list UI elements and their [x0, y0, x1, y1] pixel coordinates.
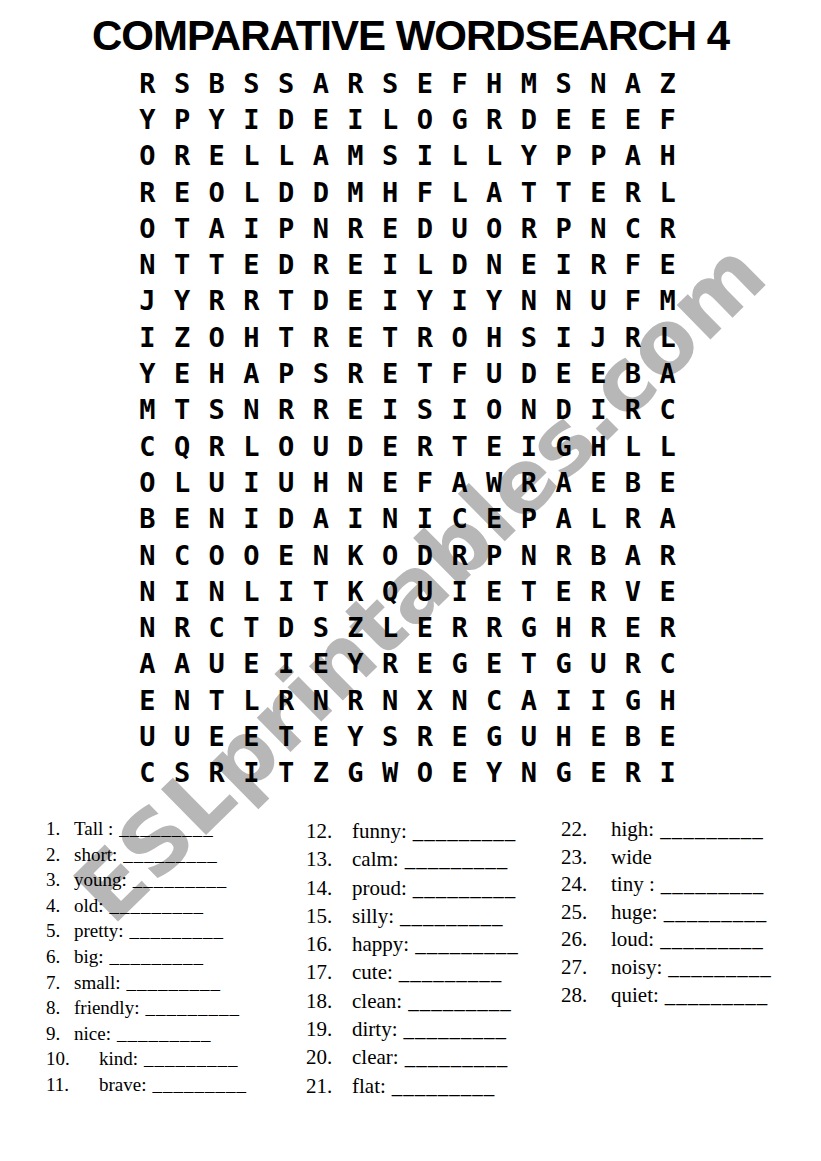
grid-cell: D [408, 210, 443, 246]
grid-cell: E [373, 464, 408, 500]
grid-cell: E [477, 573, 512, 609]
word-list-item: 8.friendly:_________ [46, 995, 247, 1021]
grid-cell: C [130, 428, 165, 464]
grid-cell: K [338, 537, 373, 573]
grid-cell: H [477, 319, 512, 355]
grid-cell: I [234, 101, 269, 137]
grid-cell: E [581, 755, 616, 791]
word-list-column-3: 22.high:_________23.wide24.tiny :_______… [561, 816, 772, 1009]
grid-cell: D [269, 101, 304, 137]
grid-cell: A [303, 501, 338, 537]
word-list-item: 13.calm:_________ [306, 845, 519, 873]
grid-cell: L [234, 573, 269, 609]
item-number: 25. [561, 899, 611, 927]
word-list-item: 3.young:_________ [46, 867, 247, 893]
grid-cell: R [165, 609, 200, 645]
item-word-label: nice: [74, 1021, 111, 1047]
item-number: 2. [46, 842, 74, 868]
item-number: 15. [306, 902, 352, 930]
grid-cell: N [581, 65, 616, 101]
grid-cell: R [650, 609, 685, 645]
grid-cell: E [581, 174, 616, 210]
grid-cell: O [442, 319, 477, 355]
grid-cell: R [165, 138, 200, 174]
grid-cell: I [234, 501, 269, 537]
item-word-label: pretty: [74, 918, 124, 944]
grid-cell: F [442, 65, 477, 101]
grid-cell: N [199, 573, 234, 609]
item-word-label: loud: [611, 926, 654, 954]
grid-cell: R [616, 646, 651, 682]
grid-cell: L [408, 246, 443, 282]
answer-blank: _________ [660, 816, 764, 844]
item-word-label: dirty: [352, 1015, 398, 1043]
grid-cell: R [581, 246, 616, 282]
grid-cell: A [650, 501, 685, 537]
grid-cell: U [269, 464, 304, 500]
grid-cell: E [338, 392, 373, 428]
item-number: 4. [46, 893, 74, 919]
word-list-item: 20.clear:_________ [306, 1043, 519, 1071]
grid-cell: Y [130, 355, 165, 391]
grid-cell: Y [165, 283, 200, 319]
grid-cell: I [581, 392, 616, 428]
grid-cell: E [338, 246, 373, 282]
grid-cell: Y [338, 646, 373, 682]
item-word-label: quiet: [611, 982, 659, 1010]
item-word-label: wide [611, 844, 652, 872]
grid-cell: B [581, 537, 616, 573]
grid-cell: S [303, 609, 338, 645]
grid-cell: R [616, 319, 651, 355]
grid-cell: R [269, 392, 304, 428]
grid-cell: N [338, 464, 373, 500]
grid-cell: S [165, 755, 200, 791]
grid-cell: R [477, 609, 512, 645]
grid-cell: E [234, 718, 269, 754]
grid-cell: E [616, 609, 651, 645]
grid-cell: D [269, 609, 304, 645]
answer-blank: _________ [404, 1015, 508, 1043]
grid-cell: O [408, 101, 443, 137]
grid-cell: N [512, 537, 547, 573]
grid-cell: F [408, 464, 443, 500]
grid-cell: F [408, 174, 443, 210]
grid-cell: W [373, 755, 408, 791]
item-number: 11. [46, 1072, 99, 1098]
grid-cell: L [373, 609, 408, 645]
grid-cell: M [650, 283, 685, 319]
grid-cell: T [512, 646, 547, 682]
grid-cell: E [303, 718, 338, 754]
item-word-label: tiny : [611, 871, 655, 899]
grid-cell: C [165, 537, 200, 573]
grid-cell: R [338, 355, 373, 391]
grid-cell: G [442, 646, 477, 682]
grid-cell: X [408, 682, 443, 718]
grid-cell: D [269, 174, 304, 210]
grid-cell: I [546, 246, 581, 282]
grid-cell: T [303, 573, 338, 609]
grid-cell: O [199, 174, 234, 210]
grid-cell: E [581, 464, 616, 500]
grid-cell: R [616, 755, 651, 791]
item-number: 5. [46, 918, 74, 944]
grid-cell: Y [338, 718, 373, 754]
answer-blank: _________ [665, 982, 769, 1010]
grid-cell: B [616, 464, 651, 500]
grid-cell: H [650, 682, 685, 718]
word-list-item: 18.clean:_________ [306, 987, 519, 1015]
answer-blank: _________ [405, 845, 509, 873]
grid-cell: E [338, 283, 373, 319]
grid-cell: M [338, 138, 373, 174]
grid-cell: I [546, 682, 581, 718]
grid-cell: S [408, 392, 443, 428]
grid-cell: R [303, 246, 338, 282]
grid-cell: E [650, 718, 685, 754]
grid-cell: L [234, 174, 269, 210]
grid-cell: N [477, 246, 512, 282]
item-word-label: small: [74, 970, 120, 996]
answer-blank: _________ [110, 944, 205, 970]
grid-cell: E [234, 646, 269, 682]
answer-blank: _________ [110, 893, 205, 919]
grid-cell: U [199, 646, 234, 682]
grid-cell: W [477, 464, 512, 500]
grid-cell: N [303, 682, 338, 718]
word-list-column-1: 1.Tall :_________2.short:_________3.youn… [46, 816, 247, 1098]
item-word-label: calm: [352, 845, 399, 873]
grid-cell: N [512, 283, 547, 319]
grid-cell: A [546, 501, 581, 537]
grid-cell: Y [477, 755, 512, 791]
grid-cell: H [477, 65, 512, 101]
grid-cell: P [581, 138, 616, 174]
grid-cell: Q [165, 428, 200, 464]
grid-cell: U [477, 355, 512, 391]
item-word-label: young: [74, 867, 127, 893]
grid-cell: Y [512, 138, 547, 174]
word-list-item: 21.flat:_________ [306, 1072, 519, 1100]
grid-cell: N [234, 392, 269, 428]
grid-cell: T [165, 210, 200, 246]
grid-cell: C [650, 646, 685, 682]
grid-cell: I [130, 319, 165, 355]
grid-cell: R [616, 174, 651, 210]
grid-cell: Y [130, 101, 165, 137]
answer-blank: _________ [145, 995, 240, 1021]
grid-cell: I [234, 210, 269, 246]
grid-cell: E [650, 573, 685, 609]
grid-cell: N [373, 682, 408, 718]
grid-cell: N [165, 682, 200, 718]
grid-cell: O [408, 755, 443, 791]
grid-cell: E [442, 755, 477, 791]
grid-cell: E [165, 501, 200, 537]
grid-cell: D [546, 392, 581, 428]
grid-cell: I [234, 464, 269, 500]
word-list-item: 10.kind:_________ [46, 1046, 247, 1072]
grid-cell: T [512, 573, 547, 609]
grid-cell: E [581, 101, 616, 137]
word-list-item: 19.dirty:_________ [306, 1015, 519, 1043]
grid-cell: R [269, 682, 304, 718]
grid-cell: A [616, 138, 651, 174]
answer-blank: _________ [660, 926, 764, 954]
grid-cell: R [338, 682, 373, 718]
grid-cell: B [199, 65, 234, 101]
grid-cell: U [165, 718, 200, 754]
grid-cell: T [546, 174, 581, 210]
answer-blank: _________ [130, 918, 225, 944]
item-number: 12. [306, 817, 352, 845]
grid-cell: N [512, 755, 547, 791]
grid-cell: E [442, 718, 477, 754]
worksheet-page: ESLprintables.com COMPARATIVE WORDSEARCH… [0, 0, 821, 1161]
grid-cell: N [303, 210, 338, 246]
grid-cell: O [130, 464, 165, 500]
grid-cell: I [512, 428, 547, 464]
grid-cell: D [303, 174, 338, 210]
grid-cell: U [512, 718, 547, 754]
grid-cell: E [616, 101, 651, 137]
answer-blank: _________ [392, 1072, 496, 1100]
grid-cell: E [546, 573, 581, 609]
grid-cell: D [338, 428, 373, 464]
grid-cell: P [546, 210, 581, 246]
item-word-label: clear: [352, 1043, 399, 1071]
answer-blank: _________ [413, 817, 517, 845]
grid-cell: P [546, 138, 581, 174]
grid-cell: S [373, 718, 408, 754]
item-number: 23. [561, 844, 611, 872]
grid-cell: L [165, 464, 200, 500]
grid-cell: T [442, 428, 477, 464]
item-number: 21. [306, 1072, 352, 1100]
grid-cell: A [546, 464, 581, 500]
grid-cell: C [650, 392, 685, 428]
grid-cell: A [165, 646, 200, 682]
grid-cell: N [546, 283, 581, 319]
grid-cell: C [616, 210, 651, 246]
grid-cell: L [650, 319, 685, 355]
item-number: 14. [306, 874, 352, 902]
grid-cell: N [512, 392, 547, 428]
grid-cell: L [234, 682, 269, 718]
grid-cell: H [199, 355, 234, 391]
answer-blank: _________ [123, 842, 218, 868]
grid-cell: P [512, 501, 547, 537]
grid-cell: E [130, 682, 165, 718]
grid-cell: J [581, 319, 616, 355]
grid-cell: C [199, 609, 234, 645]
grid-cell: E [338, 319, 373, 355]
item-number: 26. [561, 926, 611, 954]
grid-cell: T [199, 682, 234, 718]
answer-blank: _________ [413, 874, 517, 902]
word-list-item: 5.pretty:_________ [46, 918, 247, 944]
item-word-label: clean: [352, 987, 402, 1015]
grid-cell: Y [408, 283, 443, 319]
grid-cell: U [199, 464, 234, 500]
grid-cell: F [442, 355, 477, 391]
item-word-label: silly: [352, 902, 394, 930]
answer-blank: _________ [133, 867, 228, 893]
grid-cell: I [408, 501, 443, 537]
grid-cell: S [512, 319, 547, 355]
grid-cell: I [442, 573, 477, 609]
word-list-item: 24.tiny :_________ [561, 871, 772, 899]
grid-cell: T [269, 755, 304, 791]
item-word-label: cute: [352, 958, 393, 986]
grid-cell: H [581, 428, 616, 464]
grid-cell: B [616, 355, 651, 391]
grid-cell: T [234, 609, 269, 645]
word-list-item: 1.Tall :_________ [46, 816, 247, 842]
grid-cell: F [616, 283, 651, 319]
grid-cell: G [512, 609, 547, 645]
grid-cell: P [269, 355, 304, 391]
answer-blank: _________ [144, 1046, 239, 1072]
item-number: 1. [46, 816, 74, 842]
grid-cell: P [269, 210, 304, 246]
word-list-item: 9.nice:_________ [46, 1021, 247, 1047]
grid-cell: H [546, 718, 581, 754]
grid-cell: R [546, 537, 581, 573]
answer-blank: _________ [661, 871, 765, 899]
grid-cell: A [199, 210, 234, 246]
grid-cell: I [373, 246, 408, 282]
grid-cell: E [303, 101, 338, 137]
item-word-label: friendly: [74, 995, 139, 1021]
grid-cell: R [338, 65, 373, 101]
grid-cell: E [373, 428, 408, 464]
grid-cell: M [130, 392, 165, 428]
grid-cell: A [234, 355, 269, 391]
grid-cell: L [234, 138, 269, 174]
grid-cell: U [303, 428, 338, 464]
item-number: 18. [306, 987, 352, 1015]
word-list-item: 25.huge:_________ [561, 899, 772, 927]
grid-cell: E [199, 138, 234, 174]
grid-cell: I [408, 138, 443, 174]
grid-cell: R [408, 319, 443, 355]
grid-cell: R [650, 210, 685, 246]
grid-cell: F [650, 101, 685, 137]
answer-blank: _________ [117, 1021, 212, 1047]
grid-cell: S [199, 392, 234, 428]
grid-cell: E [165, 174, 200, 210]
grid-cell: L [234, 428, 269, 464]
grid-cell: T [199, 246, 234, 282]
grid-cell: R [581, 573, 616, 609]
grid-cell: L [373, 101, 408, 137]
word-list-item: 11.brave:_________ [46, 1072, 247, 1098]
grid-cell: Z [338, 609, 373, 645]
grid-cell: T [165, 392, 200, 428]
grid-cell: A [442, 464, 477, 500]
answer-blank: _________ [668, 954, 772, 982]
grid-cell: A [512, 682, 547, 718]
grid-cell: R [408, 428, 443, 464]
grid-cell: L [442, 174, 477, 210]
grid-cell: R [199, 283, 234, 319]
grid-cell: N [581, 210, 616, 246]
grid-cell: O [373, 537, 408, 573]
grid-cell: F [616, 246, 651, 282]
grid-cell: I [442, 392, 477, 428]
grid-cell: E [199, 718, 234, 754]
grid-cell: J [130, 283, 165, 319]
answer-blank: _________ [405, 1043, 509, 1071]
grid-cell: I [373, 283, 408, 319]
grid-cell: I [338, 101, 373, 137]
grid-cell: A [650, 355, 685, 391]
grid-cell: T [269, 319, 304, 355]
grid-cell: Z [165, 319, 200, 355]
grid-cell: N [130, 537, 165, 573]
grid-cell: T [269, 283, 304, 319]
grid-cell: O [477, 392, 512, 428]
grid-cell: S [546, 65, 581, 101]
grid-cell: T [269, 718, 304, 754]
grid-cell: G [546, 755, 581, 791]
grid-cell: S [234, 65, 269, 101]
grid-cell: N [303, 537, 338, 573]
answer-blank: _________ [126, 970, 221, 996]
grid-cell: E [269, 537, 304, 573]
grid-cell: B [130, 501, 165, 537]
word-list-item: 12.funny:_________ [306, 817, 519, 845]
answer-blank: _________ [415, 930, 519, 958]
grid-cell: D [269, 246, 304, 282]
grid-cell: P [477, 537, 512, 573]
grid-cell: E [234, 246, 269, 282]
grid-cell: R [373, 646, 408, 682]
item-word-label: old: [74, 893, 104, 919]
word-list-item: 28.quiet:_________ [561, 982, 772, 1010]
grid-cell: C [477, 682, 512, 718]
grid-cell: O [130, 210, 165, 246]
word-list-item: 6.big:_________ [46, 944, 247, 970]
grid-cell: M [512, 65, 547, 101]
grid-cell: A [477, 174, 512, 210]
grid-cell: G [338, 755, 373, 791]
grid-cell: U [581, 646, 616, 682]
item-word-label: proud: [352, 874, 407, 902]
answer-blank: _________ [408, 987, 512, 1015]
grid-cell: E [408, 609, 443, 645]
grid-cell: P [165, 101, 200, 137]
grid-cell: Q [373, 573, 408, 609]
grid-cell: N [442, 682, 477, 718]
grid-cell: U [130, 718, 165, 754]
grid-cell: I [234, 755, 269, 791]
grid-cell: A [303, 65, 338, 101]
grid-cell: R [650, 537, 685, 573]
grid-cell: U [408, 573, 443, 609]
word-list-column-2: 12.funny:_________13.calm:_________14.pr… [306, 817, 519, 1100]
item-word-label: funny: [352, 817, 407, 845]
grid-cell: U [581, 283, 616, 319]
item-word-label: huge: [611, 899, 658, 927]
item-word-label: Tall : [74, 816, 113, 842]
grid-cell: Y [199, 101, 234, 137]
grid-cell: R [477, 101, 512, 137]
grid-cell: R [303, 319, 338, 355]
word-list-item: 4.old:_________ [46, 893, 247, 919]
